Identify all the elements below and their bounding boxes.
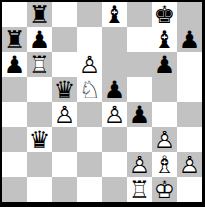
black-pawn-icon: ♟ bbox=[27, 27, 52, 52]
square-c3[interactable] bbox=[52, 127, 77, 152]
square-g8[interactable]: ♚ bbox=[152, 2, 177, 27]
square-e8[interactable]: ♝ bbox=[102, 2, 127, 27]
white-pawn-icon: ♙ bbox=[52, 102, 77, 127]
black-pawn-icon: ♟ bbox=[102, 77, 127, 102]
square-b3[interactable]: ♛ bbox=[27, 127, 52, 152]
square-f6[interactable] bbox=[127, 52, 152, 77]
square-g3[interactable]: ♟♙ bbox=[152, 127, 177, 152]
white-bishop-icon: ♗ bbox=[152, 152, 177, 177]
square-d8[interactable] bbox=[77, 2, 102, 27]
square-f1[interactable]: ♜♖ bbox=[127, 177, 152, 202]
white-king-icon: ♔ bbox=[152, 177, 177, 202]
square-d6[interactable]: ♟♙ bbox=[77, 52, 102, 77]
white-pawn-fill: ♟ bbox=[127, 152, 152, 177]
white-pawn-icon: ♙ bbox=[102, 102, 127, 127]
square-f8[interactable] bbox=[127, 2, 152, 27]
black-pawn-icon: ♟ bbox=[127, 102, 152, 127]
black-rook-icon: ♜ bbox=[2, 27, 27, 52]
square-b2[interactable] bbox=[27, 152, 52, 177]
square-f5[interactable] bbox=[127, 77, 152, 102]
square-d2[interactable] bbox=[77, 152, 102, 177]
chess-diagram: ♜♝♚♜♟♝♟♟♜♖♟♙♟♛♞♘♟♟♙♟♙♟♛♟♙♟♙♝♗♟♙♜♖♚♔ bbox=[0, 0, 205, 207]
black-bishop-icon: ♝ bbox=[102, 2, 127, 27]
square-h7[interactable]: ♟ bbox=[177, 27, 202, 52]
white-knight-icon: ♘ bbox=[77, 77, 102, 102]
square-g1[interactable]: ♚♔ bbox=[152, 177, 177, 202]
square-f3[interactable] bbox=[127, 127, 152, 152]
square-h6[interactable] bbox=[177, 52, 202, 77]
white-bishop-fill: ♝ bbox=[152, 152, 177, 177]
square-b7[interactable]: ♟ bbox=[27, 27, 52, 52]
square-b8[interactable]: ♜ bbox=[27, 2, 52, 27]
square-d1[interactable] bbox=[77, 177, 102, 202]
square-d4[interactable] bbox=[77, 102, 102, 127]
square-g5[interactable] bbox=[152, 77, 177, 102]
black-queen-icon: ♛ bbox=[27, 127, 52, 152]
square-e7[interactable] bbox=[102, 27, 127, 52]
square-c1[interactable] bbox=[52, 177, 77, 202]
square-g2[interactable]: ♝♗ bbox=[152, 152, 177, 177]
white-pawn-icon: ♙ bbox=[177, 152, 202, 177]
square-e6[interactable] bbox=[102, 52, 127, 77]
square-f7[interactable] bbox=[127, 27, 152, 52]
white-pawn-fill: ♟ bbox=[102, 102, 127, 127]
square-g7[interactable]: ♝ bbox=[152, 27, 177, 52]
square-c6[interactable] bbox=[52, 52, 77, 77]
square-e1[interactable] bbox=[102, 177, 127, 202]
square-h8[interactable] bbox=[177, 2, 202, 27]
square-h2[interactable]: ♟♙ bbox=[177, 152, 202, 177]
white-rook-icon: ♖ bbox=[127, 177, 152, 202]
square-a7[interactable]: ♜ bbox=[2, 27, 27, 52]
square-a3[interactable] bbox=[2, 127, 27, 152]
white-pawn-icon: ♙ bbox=[152, 127, 177, 152]
square-e5[interactable]: ♟ bbox=[102, 77, 127, 102]
square-a2[interactable] bbox=[2, 152, 27, 177]
square-b6[interactable]: ♜♖ bbox=[27, 52, 52, 77]
black-pawn-icon: ♟ bbox=[2, 52, 27, 77]
black-pawn-icon: ♟ bbox=[152, 52, 177, 77]
square-b4[interactable] bbox=[27, 102, 52, 127]
square-c8[interactable] bbox=[52, 2, 77, 27]
white-pawn-icon: ♙ bbox=[127, 152, 152, 177]
square-a4[interactable] bbox=[2, 102, 27, 127]
white-pawn-fill: ♟ bbox=[152, 127, 177, 152]
square-h1[interactable] bbox=[177, 177, 202, 202]
square-a1[interactable] bbox=[2, 177, 27, 202]
white-pawn-fill: ♟ bbox=[52, 102, 77, 127]
square-f2[interactable]: ♟♙ bbox=[127, 152, 152, 177]
white-rook-fill: ♜ bbox=[27, 52, 52, 77]
square-a8[interactable] bbox=[2, 2, 27, 27]
square-a6[interactable]: ♟ bbox=[2, 52, 27, 77]
square-e4[interactable]: ♟♙ bbox=[102, 102, 127, 127]
black-bishop-icon: ♝ bbox=[152, 27, 177, 52]
square-d5[interactable]: ♞♘ bbox=[77, 77, 102, 102]
square-h4[interactable] bbox=[177, 102, 202, 127]
white-pawn-fill: ♟ bbox=[77, 52, 102, 77]
black-king-icon: ♚ bbox=[152, 2, 177, 27]
square-e3[interactable] bbox=[102, 127, 127, 152]
square-e2[interactable] bbox=[102, 152, 127, 177]
square-c4[interactable]: ♟♙ bbox=[52, 102, 77, 127]
square-h5[interactable] bbox=[177, 77, 202, 102]
square-d3[interactable] bbox=[77, 127, 102, 152]
black-queen-icon: ♛ bbox=[52, 77, 77, 102]
square-b5[interactable] bbox=[27, 77, 52, 102]
square-c2[interactable] bbox=[52, 152, 77, 177]
white-knight-fill: ♞ bbox=[77, 77, 102, 102]
square-f4[interactable]: ♟ bbox=[127, 102, 152, 127]
white-rook-fill: ♜ bbox=[127, 177, 152, 202]
black-rook-icon: ♜ bbox=[27, 2, 52, 27]
black-pawn-icon: ♟ bbox=[177, 27, 202, 52]
square-b1[interactable] bbox=[27, 177, 52, 202]
square-c7[interactable] bbox=[52, 27, 77, 52]
square-h3[interactable] bbox=[177, 127, 202, 152]
white-pawn-icon: ♙ bbox=[77, 52, 102, 77]
square-a5[interactable] bbox=[2, 77, 27, 102]
square-g4[interactable] bbox=[152, 102, 177, 127]
white-king-fill: ♚ bbox=[152, 177, 177, 202]
square-c5[interactable]: ♛ bbox=[52, 77, 77, 102]
square-g6[interactable]: ♟ bbox=[152, 52, 177, 77]
white-pawn-fill: ♟ bbox=[177, 152, 202, 177]
square-d7[interactable] bbox=[77, 27, 102, 52]
chess-board: ♜♝♚♜♟♝♟♟♜♖♟♙♟♛♞♘♟♟♙♟♙♟♛♟♙♟♙♝♗♟♙♜♖♚♔ bbox=[2, 2, 202, 202]
white-rook-icon: ♖ bbox=[27, 52, 52, 77]
